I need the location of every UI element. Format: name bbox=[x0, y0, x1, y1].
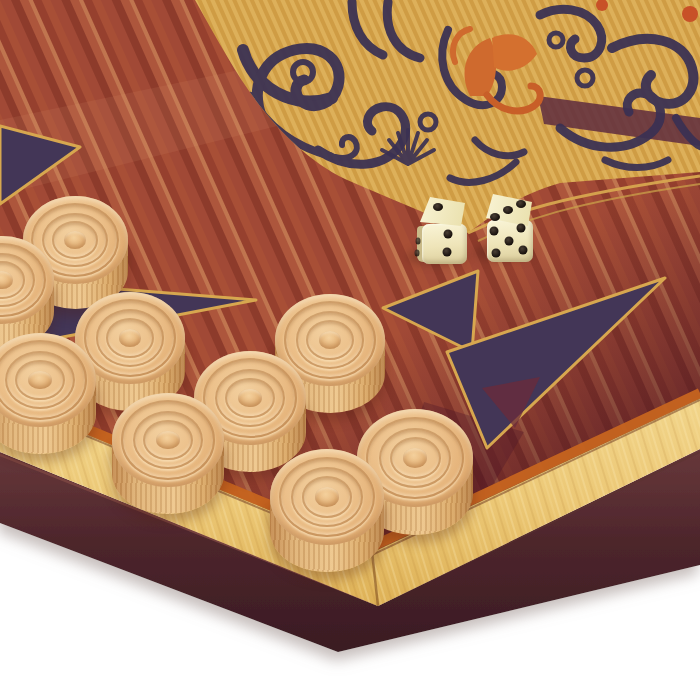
backgammon-scene bbox=[0, 0, 700, 700]
dice-layer bbox=[0, 0, 700, 700]
die-pip bbox=[490, 227, 499, 236]
die-pip bbox=[492, 249, 501, 258]
die-pip bbox=[519, 246, 528, 255]
die-pip bbox=[516, 200, 526, 208]
die-showing-3[interactable] bbox=[483, 192, 537, 264]
die-pip bbox=[503, 206, 513, 214]
die-pip bbox=[444, 230, 453, 239]
die-pip bbox=[517, 224, 526, 233]
die-pip bbox=[505, 237, 514, 246]
die-pip bbox=[433, 203, 443, 211]
die-pip bbox=[490, 213, 500, 221]
die-pip bbox=[415, 250, 420, 257]
die-showing-1[interactable] bbox=[416, 196, 470, 268]
die-pip bbox=[443, 248, 452, 257]
die-pip bbox=[416, 238, 421, 245]
